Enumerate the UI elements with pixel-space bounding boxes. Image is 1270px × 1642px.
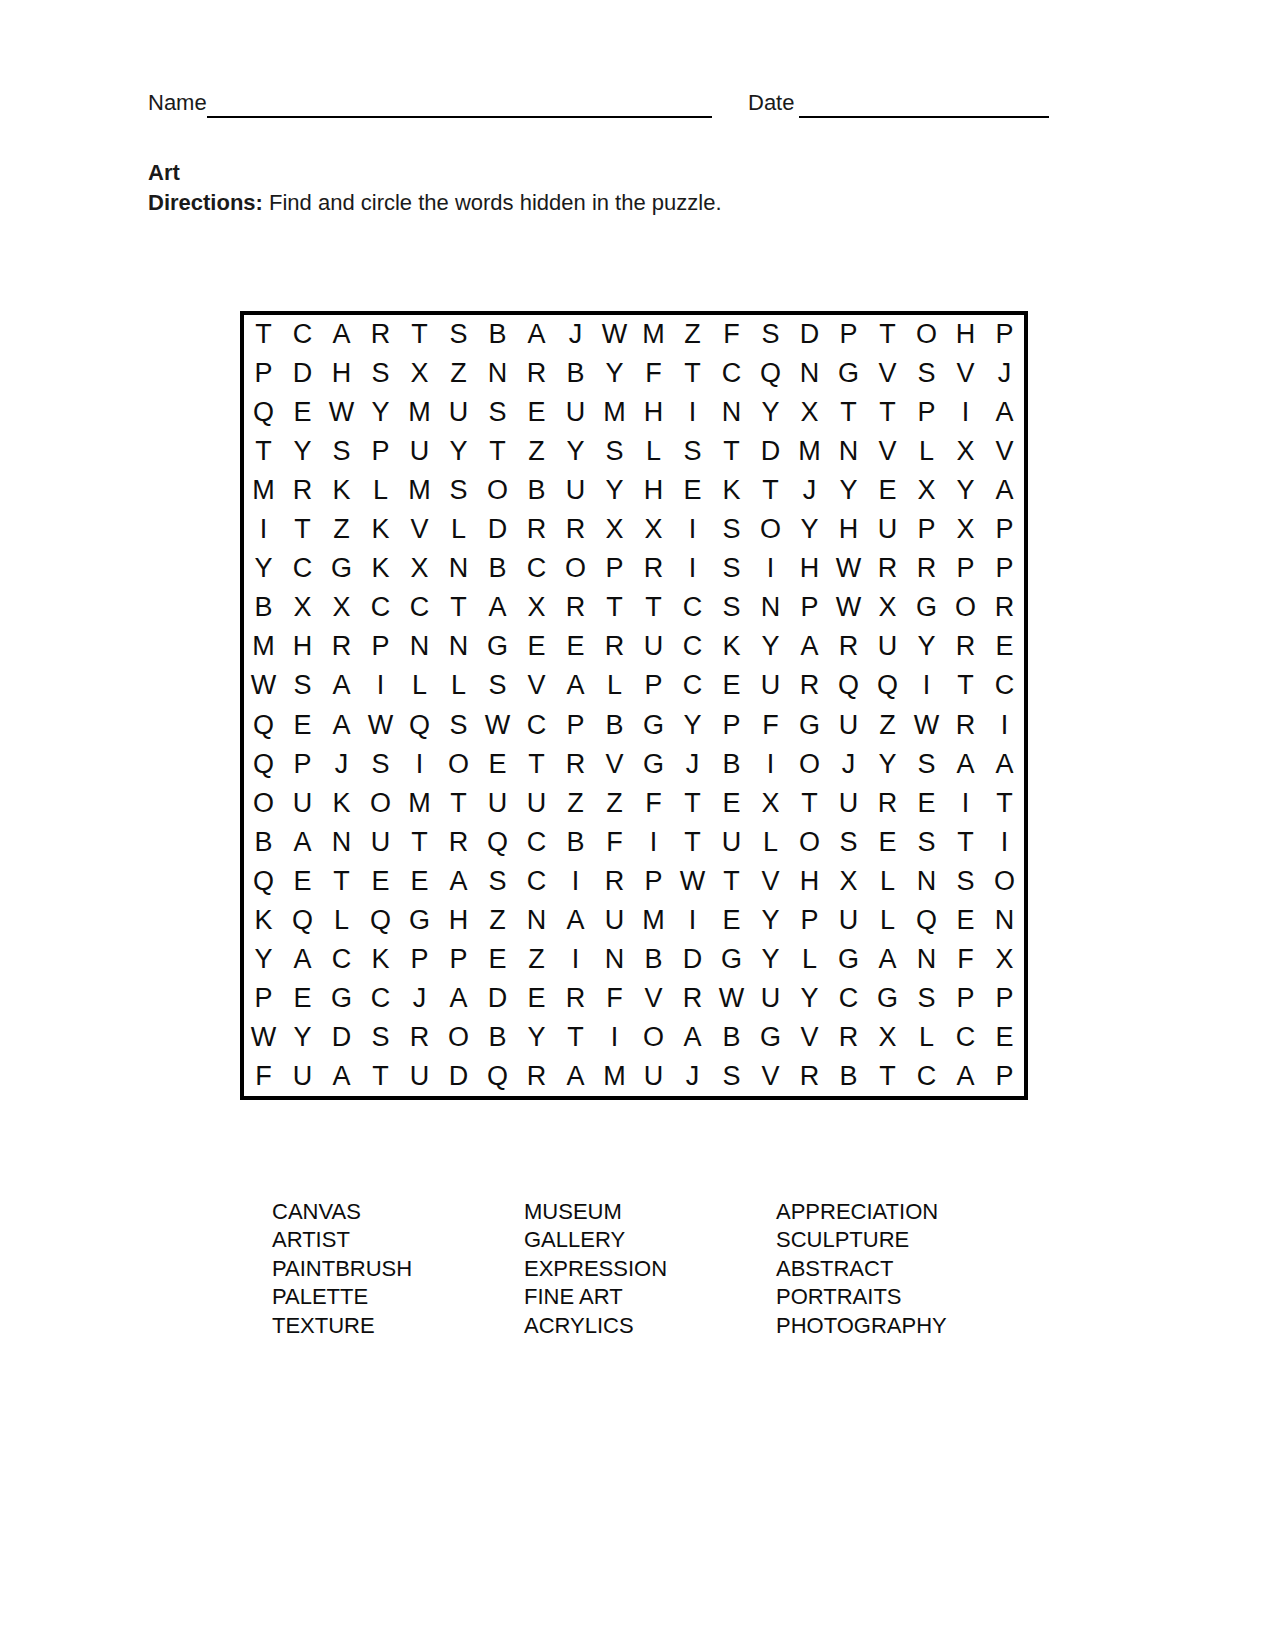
grid-cell: X [829,862,868,901]
word-list-item: ACRYLICS [524,1312,776,1340]
grid-cell: I [985,705,1024,744]
grid-cell: S [439,471,478,510]
grid-cell: O [790,745,829,784]
grid-cell: U [868,627,907,666]
grid-cell: C [985,666,1024,705]
grid-cell: R [361,315,400,354]
grid-cell: S [478,666,517,705]
grid-cell: R [595,627,634,666]
grid-cell: R [556,588,595,627]
grid-cell: G [634,705,673,744]
grid-cell: K [712,627,751,666]
grid-cell: U [595,901,634,940]
grid-cell: Q [907,901,946,940]
grid-cell: P [790,588,829,627]
grid-cell: W [712,979,751,1018]
word-list-item: GALLERY [524,1226,776,1254]
grid-cell: R [517,510,556,549]
grid-cell: V [868,354,907,393]
grid-cell: L [634,432,673,471]
grid-cell: I [907,666,946,705]
directions-label: Directions: [148,190,263,215]
grid-cell: P [985,1057,1024,1096]
grid-cell: C [517,705,556,744]
grid-cell: T [985,784,1024,823]
grid-cell: V [790,1018,829,1057]
grid-cell: T [946,823,985,862]
grid-cell: A [517,315,556,354]
grid-cell: V [634,979,673,1018]
grid-cell: T [712,862,751,901]
grid-cell: U [634,627,673,666]
grid-cell: T [400,823,439,862]
grid-cell: G [712,940,751,979]
grid-cell: S [712,1057,751,1096]
grid-cell: Q [361,901,400,940]
grid-cell: P [985,549,1024,588]
grid-cell: P [634,862,673,901]
grid-cell: E [907,784,946,823]
grid-cell: W [244,1018,283,1057]
grid-cell: S [829,823,868,862]
word-list-item: EXPRESSION [524,1255,776,1283]
grid-cell: W [829,588,868,627]
grid-cell: T [673,354,712,393]
grid-cell: P [946,549,985,588]
grid-cell: X [322,588,361,627]
grid-cell: L [868,901,907,940]
grid-cell: O [361,784,400,823]
grid-cell: B [712,1018,751,1057]
grid-cell: T [244,432,283,471]
word-list-item: FINE ART [524,1283,776,1311]
worksheet-page: Name Date Art Directions: Find and circl… [0,0,1270,1642]
word-list-item: PAINTBRUSH [272,1255,524,1283]
grid-cell: S [673,432,712,471]
grid-cell: A [790,627,829,666]
grid-cell: S [907,354,946,393]
grid-cell: W [829,549,868,588]
grid-cell: I [361,666,400,705]
directions-text: Find and circle the words hidden in the … [263,190,722,215]
grid-cell: N [478,354,517,393]
grid-cell: Y [517,1018,556,1057]
grid-cell: U [478,784,517,823]
grid-cell: E [283,393,322,432]
grid-cell: E [868,471,907,510]
grid-cell: E [517,979,556,1018]
grid-cell: T [322,862,361,901]
grid-cell: E [361,862,400,901]
grid-cell: V [868,432,907,471]
grid-cell: N [985,901,1024,940]
word-list-item: ARTIST [272,1226,524,1254]
grid-cell: Q [829,666,868,705]
grid-cell: E [478,745,517,784]
grid-cell: Z [439,354,478,393]
grid-cell: B [517,471,556,510]
date-underline [799,116,1049,118]
grid-cell: T [712,432,751,471]
grid-cell: E [712,784,751,823]
grid-cell: I [673,549,712,588]
grid-cell: Y [283,432,322,471]
grid-cell: F [634,784,673,823]
grid-cell: W [322,393,361,432]
grid-cell: M [790,432,829,471]
grid-cell: W [907,705,946,744]
grid-cell: Y [790,979,829,1018]
grid-cell: B [595,705,634,744]
grid-cell: S [907,979,946,1018]
grid-cell: D [283,354,322,393]
grid-cell: R [790,1057,829,1096]
grid-cell: A [985,471,1024,510]
grid-cell: P [829,315,868,354]
grid-cell: U [283,1057,322,1096]
grid-cell: X [868,588,907,627]
grid-cell: T [946,666,985,705]
grid-cell: Y [751,940,790,979]
grid-cell: F [595,979,634,1018]
grid-cell: Y [751,627,790,666]
grid-cell: A [439,979,478,1018]
grid-cell: T [868,1057,907,1096]
grid-cell: E [283,862,322,901]
grid-cell: L [790,940,829,979]
grid-cell: R [790,666,829,705]
grid-cell: E [400,862,439,901]
grid-cell: W [244,666,283,705]
grid-cell: R [868,784,907,823]
grid-cell: M [244,627,283,666]
grid-cell: C [673,666,712,705]
grid-cell: E [517,627,556,666]
grid-cell: S [946,862,985,901]
word-list-item: TEXTURE [272,1312,524,1340]
grid-cell: Q [478,823,517,862]
grid-cell: Q [244,393,283,432]
grid-cell: G [868,979,907,1018]
grid-cell: P [244,979,283,1018]
grid-cell: H [790,549,829,588]
grid-cell: I [634,823,673,862]
grid-cell: S [361,1018,400,1057]
grid-cell: B [634,940,673,979]
grid-cell: U [829,901,868,940]
grid-cell: T [868,393,907,432]
grid-cell: O [439,1018,478,1057]
grid-cell: G [790,705,829,744]
grid-cell: P [907,393,946,432]
grid-cell: S [361,354,400,393]
grid-cell: Y [244,549,283,588]
grid-cell: P [985,315,1024,354]
grid-cell: T [556,1018,595,1057]
grid-cell: H [634,393,673,432]
grid-cell: P [946,979,985,1018]
grid-cell: P [790,901,829,940]
grid-cell: A [556,901,595,940]
grid-cell: E [868,823,907,862]
grid-cell: N [907,862,946,901]
grid-cell: O [439,745,478,784]
grid-cell: A [556,1057,595,1096]
grid-cell: S [712,510,751,549]
grid-cell: U [361,823,400,862]
grid-cell: G [478,627,517,666]
grid-cell: B [478,1018,517,1057]
grid-cell: T [829,393,868,432]
date-label: Date [748,90,794,116]
grid-cell: S [478,393,517,432]
grid-cell: E [712,666,751,705]
grid-cell: V [595,745,634,784]
grid-cell: U [634,1057,673,1096]
grid-cell: I [556,862,595,901]
grid-cell: L [439,666,478,705]
grid-cell: J [322,745,361,784]
grid-cell: M [595,1057,634,1096]
grid-cell: O [478,471,517,510]
grid-cell: M [595,393,634,432]
grid-cell: D [790,315,829,354]
grid-cell: O [556,549,595,588]
puzzle-title: Art [148,160,180,186]
word-list-item: PALETTE [272,1283,524,1311]
grid-cell: G [634,745,673,784]
grid-cell: C [712,354,751,393]
grid-cell: B [556,823,595,862]
word-list-column-1: CANVASARTISTPAINTBRUSHPALETTETEXTURE [272,1198,524,1340]
grid-cell: I [946,393,985,432]
grid-cell: R [322,627,361,666]
grid-cell: C [517,549,556,588]
grid-cell: O [244,784,283,823]
grid-cell: A [283,823,322,862]
grid-cell: A [439,862,478,901]
grid-cell: P [907,510,946,549]
grid-cell: Y [673,705,712,744]
grid-cell: J [790,471,829,510]
grid-cell: N [790,354,829,393]
grid-cell: I [244,510,283,549]
grid-cell: Y [751,393,790,432]
grid-cell: P [283,745,322,784]
grid-cell: X [751,784,790,823]
grid-cell: Y [244,940,283,979]
grid-cell: X [283,588,322,627]
grid-cell: O [907,315,946,354]
grid-cell: Q [751,354,790,393]
grid-cell: M [400,471,439,510]
grid-cell: T [244,315,283,354]
grid-cell: X [517,588,556,627]
grid-cell: L [907,432,946,471]
grid-cell: F [946,940,985,979]
grid-cell: X [400,354,439,393]
grid-cell: U [400,432,439,471]
grid-cell: I [946,784,985,823]
grid-cell: N [322,823,361,862]
grid-cell: C [673,588,712,627]
grid-cell: L [400,666,439,705]
grid-cell: U [829,784,868,823]
grid-cell: E [517,393,556,432]
grid-cell: H [439,901,478,940]
word-list-item: PHOTOGRAPHY [776,1312,1028,1340]
grid-cell: N [829,432,868,471]
grid-cell: Q [400,705,439,744]
grid-cell: R [829,1018,868,1057]
grid-cell: K [361,940,400,979]
grid-cell: Q [868,666,907,705]
grid-cell: N [439,549,478,588]
grid-cell: P [361,432,400,471]
grid-cell: A [985,745,1024,784]
grid-cell: B [244,588,283,627]
grid-cell: A [322,1057,361,1096]
grid-cell: T [673,823,712,862]
grid-cell: F [595,823,634,862]
grid-cell: G [907,588,946,627]
grid-cell: O [985,862,1024,901]
grid-cell: U [829,705,868,744]
word-list-item: CANVAS [272,1198,524,1226]
grid-cell: N [595,940,634,979]
grid-cell: U [751,666,790,705]
grid-cell: X [868,1018,907,1057]
grid-cell: R [946,627,985,666]
grid-cell: K [712,471,751,510]
grid-cell: A [946,745,985,784]
grid-cell: S [907,745,946,784]
grid-cell: Z [673,315,712,354]
word-list: CANVASARTISTPAINTBRUSHPALETTETEXTUREMUSE… [272,1198,1028,1340]
grid-cell: F [712,315,751,354]
grid-cell: Y [946,471,985,510]
grid-cell: Z [868,705,907,744]
grid-cell: R [517,1057,556,1096]
grid-cell: S [595,432,634,471]
grid-cell: K [322,471,361,510]
grid-cell: M [634,315,673,354]
grid-cell: I [673,393,712,432]
grid-cell: Y [595,471,634,510]
grid-cell: E [946,901,985,940]
grid-cell: W [478,705,517,744]
grid-cell: X [946,432,985,471]
grid-cell: T [673,784,712,823]
grid-cell: X [400,549,439,588]
grid-cell: B [244,823,283,862]
grid-cell: T [634,588,673,627]
grid-cell: A [478,588,517,627]
grid-cell: R [868,549,907,588]
grid-cell: J [400,979,439,1018]
grid-cell: N [400,627,439,666]
grid-cell: C [907,1057,946,1096]
grid-cell: E [673,471,712,510]
grid-cell: S [361,745,400,784]
grid-cell: X [790,393,829,432]
grid-cell: T [751,471,790,510]
grid-cell: L [907,1018,946,1057]
grid-cell: R [829,627,868,666]
grid-cell: G [322,549,361,588]
grid-cell: M [400,784,439,823]
grid-cell: T [400,315,439,354]
name-label: Name [148,90,207,116]
grid-cell: C [673,627,712,666]
grid-cell: G [829,354,868,393]
grid-cell: Y [751,901,790,940]
grid-cell: W [673,862,712,901]
grid-cell: D [673,940,712,979]
grid-cell: O [634,1018,673,1057]
grid-cell: Y [907,627,946,666]
grid-cell: I [400,745,439,784]
grid-cell: L [595,666,634,705]
grid-cell: E [985,627,1024,666]
grid-cell: K [361,510,400,549]
word-list-item: APPRECIATION [776,1198,1028,1226]
grid-cell: E [985,1018,1024,1057]
word-list-item: MUSEUM [524,1198,776,1226]
grid-cell: N [751,588,790,627]
grid-cell: X [946,510,985,549]
grid-cell: Z [556,784,595,823]
grid-cell: T [517,745,556,784]
grid-cell: V [751,1057,790,1096]
grid-cell: C [400,588,439,627]
grid-cell: M [634,901,673,940]
grid-cell: Y [361,393,400,432]
grid-cell: R [400,1018,439,1057]
grid-cell: L [361,471,400,510]
grid-cell: M [244,471,283,510]
grid-cell: F [634,354,673,393]
grid-cell: Y [283,1018,322,1057]
grid-cell: L [322,901,361,940]
name-underline [207,116,712,118]
grid-cell: D [751,432,790,471]
grid-cell: E [712,901,751,940]
grid-cell: C [361,588,400,627]
grid-cell: R [517,354,556,393]
grid-cell: R [595,862,634,901]
grid-cell: A [322,705,361,744]
grid-cell: C [829,979,868,1018]
grid-cell: P [985,510,1024,549]
grid-cell: O [946,588,985,627]
grid-cell: Y [556,432,595,471]
grid-cell: Z [595,784,634,823]
grid-cell: E [556,627,595,666]
grid-cell: B [478,315,517,354]
grid-cell: I [673,510,712,549]
grid-cell: U [439,393,478,432]
grid-cell: C [946,1018,985,1057]
grid-cell: V [400,510,439,549]
grid-cell: D [478,979,517,1018]
grid-cell: L [751,823,790,862]
grid-cell: B [556,354,595,393]
grid-cell: N [712,393,751,432]
grid-cell: G [829,940,868,979]
grid-cell: R [634,549,673,588]
grid-cell: P [439,940,478,979]
